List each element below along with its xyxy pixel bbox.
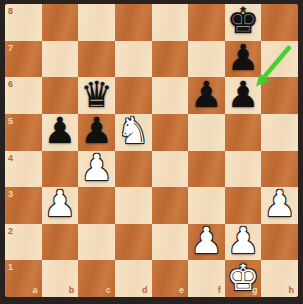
white-pawn[interactable]: ♟ — [264, 186, 296, 222]
square-d7[interactable] — [115, 41, 152, 78]
chess-board: 8♚7♟6♛♟♟5♟♟♞4♟3♟♟2♟♟1abcdefg♚h — [5, 4, 298, 297]
rank-label-1: 1 — [8, 263, 13, 272]
white-pawn[interactable]: ♟ — [190, 223, 222, 259]
square-d2[interactable] — [115, 224, 152, 261]
square-f7[interactable] — [188, 41, 225, 78]
square-d6[interactable] — [115, 77, 152, 114]
square-h6[interactable] — [261, 77, 298, 114]
black-pawn[interactable]: ♟ — [80, 113, 112, 149]
square-e5[interactable] — [152, 114, 189, 151]
rank-label-8: 8 — [8, 7, 13, 16]
square-c1[interactable]: c — [78, 260, 115, 297]
square-g8[interactable]: ♚ — [225, 4, 262, 41]
square-c7[interactable] — [78, 41, 115, 78]
white-pawn[interactable]: ♟ — [44, 186, 76, 222]
square-g3[interactable] — [225, 187, 262, 224]
black-pawn[interactable]: ♟ — [227, 77, 259, 113]
square-h8[interactable] — [261, 4, 298, 41]
square-g1[interactable]: g♚ — [225, 260, 262, 297]
square-d5[interactable]: ♞ — [115, 114, 152, 151]
rank-label-7: 7 — [8, 44, 13, 53]
square-f1[interactable]: f — [188, 260, 225, 297]
file-label-e: e — [179, 286, 184, 295]
file-label-c: c — [106, 286, 111, 295]
square-c6[interactable]: ♛ — [78, 77, 115, 114]
black-queen[interactable]: ♛ — [80, 77, 112, 113]
square-b2[interactable] — [42, 224, 79, 261]
square-h7[interactable] — [261, 41, 298, 78]
rank-label-5: 5 — [8, 117, 13, 126]
file-label-d: d — [142, 286, 148, 295]
square-g7[interactable]: ♟ — [225, 41, 262, 78]
square-a2[interactable]: 2 — [5, 224, 42, 261]
square-g6[interactable]: ♟ — [225, 77, 262, 114]
file-label-h: h — [289, 286, 295, 295]
file-label-a: a — [33, 286, 38, 295]
white-pawn[interactable]: ♟ — [227, 223, 259, 259]
square-a4[interactable]: 4 — [5, 151, 42, 188]
square-b6[interactable] — [42, 77, 79, 114]
square-e8[interactable] — [152, 4, 189, 41]
square-a1[interactable]: 1a — [5, 260, 42, 297]
square-a3[interactable]: 3 — [5, 187, 42, 224]
square-f5[interactable] — [188, 114, 225, 151]
square-e4[interactable] — [152, 151, 189, 188]
square-f4[interactable] — [188, 151, 225, 188]
black-pawn[interactable]: ♟ — [44, 113, 76, 149]
square-h2[interactable] — [261, 224, 298, 261]
file-label-f: f — [218, 286, 221, 295]
square-f2[interactable]: ♟ — [188, 224, 225, 261]
square-e7[interactable] — [152, 41, 189, 78]
square-c4[interactable]: ♟ — [78, 151, 115, 188]
square-f6[interactable]: ♟ — [188, 77, 225, 114]
black-pawn[interactable]: ♟ — [227, 40, 259, 76]
square-d8[interactable] — [115, 4, 152, 41]
square-d4[interactable] — [115, 151, 152, 188]
square-e2[interactable] — [152, 224, 189, 261]
square-a8[interactable]: 8 — [5, 4, 42, 41]
square-b7[interactable] — [42, 41, 79, 78]
rank-label-2: 2 — [8, 227, 13, 236]
square-h3[interactable]: ♟ — [261, 187, 298, 224]
square-h1[interactable]: h — [261, 260, 298, 297]
square-g4[interactable] — [225, 151, 262, 188]
square-c5[interactable]: ♟ — [78, 114, 115, 151]
square-c3[interactable] — [78, 187, 115, 224]
square-d3[interactable] — [115, 187, 152, 224]
square-a5[interactable]: 5 — [5, 114, 42, 151]
square-b5[interactable]: ♟ — [42, 114, 79, 151]
rank-label-3: 3 — [8, 190, 13, 199]
square-b4[interactable] — [42, 151, 79, 188]
white-knight[interactable]: ♞ — [117, 113, 149, 149]
square-d1[interactable]: d — [115, 260, 152, 297]
square-b3[interactable]: ♟ — [42, 187, 79, 224]
square-e3[interactable] — [152, 187, 189, 224]
square-e1[interactable]: e — [152, 260, 189, 297]
file-label-b: b — [69, 286, 75, 295]
square-h5[interactable] — [261, 114, 298, 151]
rank-label-6: 6 — [8, 80, 13, 89]
square-g5[interactable] — [225, 114, 262, 151]
square-c8[interactable] — [78, 4, 115, 41]
square-b1[interactable]: b — [42, 260, 79, 297]
white-king[interactable]: ♚ — [227, 260, 259, 296]
square-c2[interactable] — [78, 224, 115, 261]
board-frame: 8♚7♟6♛♟♟5♟♟♞4♟3♟♟2♟♟1abcdefg♚h — [0, 0, 303, 304]
square-a6[interactable]: 6 — [5, 77, 42, 114]
square-f8[interactable] — [188, 4, 225, 41]
square-g2[interactable]: ♟ — [225, 224, 262, 261]
square-e6[interactable] — [152, 77, 189, 114]
square-b8[interactable] — [42, 4, 79, 41]
square-a7[interactable]: 7 — [5, 41, 42, 78]
black-pawn[interactable]: ♟ — [190, 77, 222, 113]
black-king[interactable]: ♚ — [227, 4, 259, 39]
rank-label-4: 4 — [8, 154, 13, 163]
square-f3[interactable] — [188, 187, 225, 224]
white-pawn[interactable]: ♟ — [80, 150, 112, 186]
square-h4[interactable] — [261, 151, 298, 188]
